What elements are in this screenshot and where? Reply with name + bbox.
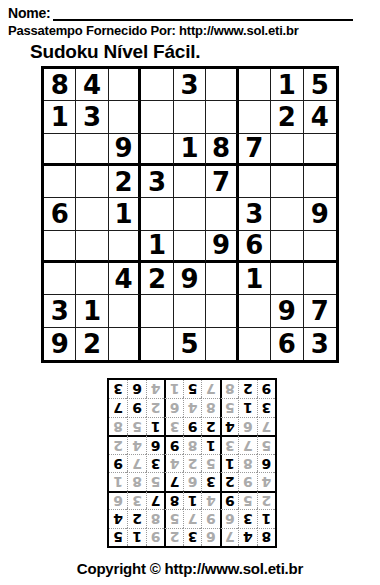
puzzle-cell-r6c5[interactable] <box>174 231 206 263</box>
solution-cell-r3c2: 5 <box>238 491 256 509</box>
puzzle-cell-r9c8[interactable]: 6 <box>271 328 303 360</box>
puzzle-cell-r8c5[interactable] <box>174 295 206 327</box>
solution-cell-r2c8: 2 <box>127 509 145 527</box>
puzzle-cell-r1c5[interactable]: 3 <box>174 69 206 101</box>
copyright-text: Copyright © http://www.sol.eti.br <box>0 560 380 577</box>
puzzle-cell-r3c5[interactable]: 1 <box>174 134 206 166</box>
solution-cell-r3c5: 1 <box>183 491 201 509</box>
solution-cell-r5c9: 9 <box>109 454 127 472</box>
solution-cell-r6c7: 6 <box>146 435 164 453</box>
puzzle-cell-r6c7[interactable]: 6 <box>239 231 271 263</box>
solution-cell-r2c7: 8 <box>146 509 164 527</box>
solution-cell-r3c1: 2 <box>257 491 275 509</box>
solution-cell-r5c4: 5 <box>201 454 219 472</box>
solution-cell-r5c8: 7 <box>127 454 145 472</box>
puzzle-cell-r9c3[interactable] <box>109 328 141 360</box>
puzzle-cell-r7c8[interactable] <box>271 263 303 295</box>
puzzle-cell-r6c1[interactable] <box>44 231 76 263</box>
solution-cell-r5c2: 8 <box>238 454 256 472</box>
solution-cell-r8c5: 4 <box>183 398 201 416</box>
puzzle-cell-r9c9[interactable]: 3 <box>304 328 336 360</box>
puzzle-cell-r3c4[interactable] <box>141 134 173 166</box>
provided-by-text: Passatempo Fornecido Por: http://www.sol… <box>8 23 299 38</box>
solution-cell-r8c2: 1 <box>238 398 256 416</box>
puzzle-cell-r3c1[interactable] <box>44 134 76 166</box>
name-input-line[interactable] <box>53 4 353 21</box>
page-title: Sudoku Nível Fácil. <box>30 41 200 63</box>
solution-cell-r2c5: 7 <box>183 509 201 527</box>
solution-cell-r8c8: 9 <box>127 398 145 416</box>
puzzle-cell-r6c8[interactable] <box>271 231 303 263</box>
solution-cell-r4c1: 4 <box>257 472 275 490</box>
puzzle-cell-r8c2[interactable]: 1 <box>76 295 108 327</box>
solution-cell-r6c3: 3 <box>220 435 238 453</box>
solution-cell-r4c6: 7 <box>164 472 182 490</box>
solution-cell-r2c1: 1 <box>257 509 275 527</box>
solution-cell-r1c5: 3 <box>183 528 201 546</box>
puzzle-cell-r9c6[interactable] <box>206 328 238 360</box>
puzzle-grid: 843151324918723761391964291319792563 <box>41 66 339 363</box>
solution-cell-r7c3: 4 <box>220 417 238 435</box>
puzzle-cell-r2c2[interactable]: 3 <box>76 101 108 133</box>
puzzle-cell-r7c5[interactable]: 9 <box>174 263 206 295</box>
solution-cell-r6c6: 9 <box>164 435 182 453</box>
puzzle-cell-r8c4[interactable] <box>141 295 173 327</box>
puzzle-cell-r5c8[interactable] <box>271 198 303 230</box>
solution-cell-r5c5: 2 <box>183 454 201 472</box>
puzzle-cell-r7c4[interactable]: 2 <box>141 263 173 295</box>
solution-cell-r4c8: 8 <box>127 472 145 490</box>
puzzle-cell-r1c7[interactable] <box>239 69 271 101</box>
puzzle-cell-r4c5[interactable] <box>174 166 206 198</box>
puzzle-cell-r9c5[interactable]: 5 <box>174 328 206 360</box>
puzzle-cell-r4c3[interactable]: 2 <box>109 166 141 198</box>
solution-cell-r6c5: 8 <box>183 435 201 453</box>
puzzle-cell-r7c7[interactable]: 1 <box>239 263 271 295</box>
puzzle-cell-r5c3[interactable]: 1 <box>109 198 141 230</box>
solution-cell-r6c4: 1 <box>201 435 219 453</box>
puzzle-cell-r4c2[interactable] <box>76 166 108 198</box>
solution-cell-r9c2: 2 <box>238 380 256 398</box>
solution-cell-r9c6: 1 <box>164 380 182 398</box>
solution-cell-r5c6: 4 <box>164 454 182 472</box>
puzzle-cell-r9c1[interactable]: 9 <box>44 328 76 360</box>
puzzle-cell-r7c3[interactable]: 4 <box>109 263 141 295</box>
puzzle-cell-r3c9[interactable] <box>304 134 336 166</box>
solution-cell-r7c9: 8 <box>109 417 127 435</box>
puzzle-cell-r8c8[interactable]: 9 <box>271 295 303 327</box>
solution-cell-r1c4: 6 <box>201 528 219 546</box>
puzzle-cell-r4c4[interactable]: 3 <box>141 166 173 198</box>
solution-cell-r7c7: 1 <box>146 417 164 435</box>
solution-cell-r8c9: 7 <box>109 398 127 416</box>
puzzle-cell-r5c2[interactable] <box>76 198 108 230</box>
puzzle-cell-r1c2[interactable]: 4 <box>76 69 108 101</box>
puzzle-cell-r7c6[interactable] <box>206 263 238 295</box>
puzzle-cell-r2c9[interactable]: 4 <box>304 101 336 133</box>
solution-cell-r1c3: 7 <box>220 528 238 546</box>
sudoku-sheet: Nome: Passatempo Fornecido Por: http://w… <box>0 0 380 585</box>
puzzle-cell-r9c7[interactable] <box>239 328 271 360</box>
puzzle-cell-r2c5[interactable] <box>174 101 206 133</box>
solution-cell-r8c6: 6 <box>164 398 182 416</box>
solution-cell-r2c6: 5 <box>164 509 182 527</box>
solution-cell-r3c3: 9 <box>220 491 238 509</box>
solution-cell-r7c6: 3 <box>164 417 182 435</box>
solution-cell-r6c1: 5 <box>257 435 275 453</box>
solution-cell-r6c9: 2 <box>109 435 127 453</box>
puzzle-cell-r4c9[interactable] <box>304 166 336 198</box>
puzzle-cell-r5c4[interactable] <box>141 198 173 230</box>
solution-cell-r9c1: 9 <box>257 380 275 398</box>
solution-cell-r5c7: 3 <box>146 454 164 472</box>
solution-cell-r9c4: 7 <box>201 380 219 398</box>
puzzle-cell-r3c3[interactable]: 9 <box>109 134 141 166</box>
solution-cell-r2c9: 4 <box>109 509 127 527</box>
puzzle-cell-r2c7[interactable] <box>239 101 271 133</box>
solution-cell-r3c6: 8 <box>164 491 182 509</box>
solution-cell-r1c2: 4 <box>238 528 256 546</box>
solution-cell-r8c1: 3 <box>257 398 275 416</box>
solution-grid-rotated: 8476329151369758242594187364923675816815… <box>107 378 277 548</box>
solution-cell-r9c3: 8 <box>220 380 238 398</box>
puzzle-cell-r2c3[interactable] <box>109 101 141 133</box>
puzzle-cell-r8c1[interactable]: 3 <box>44 295 76 327</box>
solution-cell-r7c8: 5 <box>127 417 145 435</box>
name-label: Nome: <box>8 5 51 21</box>
puzzle-cell-r5c1[interactable]: 6 <box>44 198 76 230</box>
puzzle-cell-r3c8[interactable] <box>271 134 303 166</box>
puzzle-cell-r1c3[interactable] <box>109 69 141 101</box>
puzzle-cell-r2c1[interactable]: 1 <box>44 101 76 133</box>
puzzle-cell-r1c9[interactable]: 5 <box>304 69 336 101</box>
puzzle-cell-r5c9[interactable]: 9 <box>304 198 336 230</box>
solution-cell-r4c7: 5 <box>146 472 164 490</box>
solution-cell-r5c3: 1 <box>220 454 238 472</box>
puzzle-cell-r5c6[interactable] <box>206 198 238 230</box>
puzzle-cell-r6c9[interactable] <box>304 231 336 263</box>
puzzle-cell-r4c6[interactable]: 7 <box>206 166 238 198</box>
solution-cell-r9c7: 4 <box>146 380 164 398</box>
solution-cell-r6c8: 4 <box>127 435 145 453</box>
puzzle-cell-r8c9[interactable]: 7 <box>304 295 336 327</box>
solution-cell-r8c4: 8 <box>201 398 219 416</box>
solution-cell-r2c4: 9 <box>201 509 219 527</box>
solution-cell-r8c3: 5 <box>220 398 238 416</box>
puzzle-cell-r7c1[interactable] <box>44 263 76 295</box>
puzzle-cell-r5c7[interactable]: 3 <box>239 198 271 230</box>
puzzle-cell-r2c6[interactable] <box>206 101 238 133</box>
solution-cell-r2c3: 6 <box>220 509 238 527</box>
solution-cell-r7c2: 6 <box>238 417 256 435</box>
solution-cell-r3c4: 4 <box>201 491 219 509</box>
solution-cell-r6c2: 7 <box>238 435 256 453</box>
puzzle-cell-r6c4[interactable]: 1 <box>141 231 173 263</box>
puzzle-cell-r3c2[interactable] <box>76 134 108 166</box>
solution-cell-r5c1: 6 <box>257 454 275 472</box>
puzzle-cell-r6c3[interactable] <box>109 231 141 263</box>
puzzle-cell-r5c5[interactable] <box>174 198 206 230</box>
solution-cell-r7c5: 9 <box>183 417 201 435</box>
puzzle-cell-r2c4[interactable] <box>141 101 173 133</box>
solution-cell-r9c5: 5 <box>183 380 201 398</box>
puzzle-cell-r1c8[interactable]: 1 <box>271 69 303 101</box>
solution-cell-r3c9: 6 <box>109 491 127 509</box>
solution-cell-r2c2: 3 <box>238 509 256 527</box>
puzzle-cell-r3c6[interactable]: 8 <box>206 134 238 166</box>
solution-cell-r4c2: 9 <box>238 472 256 490</box>
puzzle-cell-r4c8[interactable] <box>271 166 303 198</box>
puzzle-cell-r9c4[interactable] <box>141 328 173 360</box>
solution-cell-r1c6: 2 <box>164 528 182 546</box>
solution-cell-r3c8: 3 <box>127 491 145 509</box>
solution-cell-r7c1: 7 <box>257 417 275 435</box>
puzzle-cell-r8c7[interactable] <box>239 295 271 327</box>
solution-cell-r7c4: 2 <box>201 417 219 435</box>
puzzle-cell-r6c2[interactable] <box>76 231 108 263</box>
puzzle-cell-r9c2[interactable]: 2 <box>76 328 108 360</box>
solution-cell-r4c3: 2 <box>220 472 238 490</box>
solution-cell-r3c7: 7 <box>146 491 164 509</box>
solution-cell-r1c7: 9 <box>146 528 164 546</box>
puzzle-cell-r2c8[interactable]: 2 <box>271 101 303 133</box>
puzzle-cell-r4c1[interactable] <box>44 166 76 198</box>
solution-cell-r9c9: 3 <box>109 380 127 398</box>
puzzle-cell-r1c4[interactable] <box>141 69 173 101</box>
puzzle-cell-r6c6[interactable]: 9 <box>206 231 238 263</box>
solution-cell-r9c8: 6 <box>127 380 145 398</box>
puzzle-cell-r1c1[interactable]: 8 <box>44 69 76 101</box>
puzzle-cell-r4c7[interactable] <box>239 166 271 198</box>
solution-cell-r8c7: 2 <box>146 398 164 416</box>
puzzle-cell-r8c3[interactable] <box>109 295 141 327</box>
solution-cell-r1c9: 5 <box>109 528 127 546</box>
solution-cell-r4c4: 3 <box>201 472 219 490</box>
solution-cell-r1c8: 1 <box>127 528 145 546</box>
name-row: Nome: <box>8 4 353 21</box>
solution-cell-r1c1: 8 <box>257 528 275 546</box>
solution-cell-r4c5: 6 <box>183 472 201 490</box>
puzzle-cell-r8c6[interactable] <box>206 295 238 327</box>
solution-cell-r4c9: 1 <box>109 472 127 490</box>
puzzle-cell-r3c7[interactable]: 7 <box>239 134 271 166</box>
puzzle-cell-r7c2[interactable] <box>76 263 108 295</box>
puzzle-cell-r7c9[interactable] <box>304 263 336 295</box>
puzzle-cell-r1c6[interactable] <box>206 69 238 101</box>
